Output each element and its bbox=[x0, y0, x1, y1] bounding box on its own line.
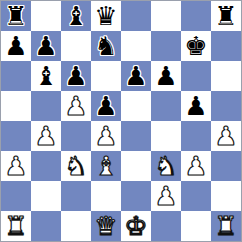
piece-black-bishop: ♝ bbox=[64, 1, 87, 31]
square-a8[interactable]: ♜ bbox=[1, 1, 31, 31]
square-d7[interactable]: ♞ bbox=[91, 31, 121, 61]
square-b8[interactable] bbox=[31, 1, 61, 31]
square-c4[interactable] bbox=[61, 121, 91, 151]
square-f4[interactable] bbox=[151, 121, 181, 151]
square-e8[interactable] bbox=[121, 1, 151, 31]
square-f2[interactable]: ♟ bbox=[151, 181, 181, 211]
square-c7[interactable] bbox=[61, 31, 91, 61]
square-f7[interactable] bbox=[151, 31, 181, 61]
piece-white-queen: ♛ bbox=[94, 211, 117, 241]
square-h7[interactable] bbox=[211, 31, 241, 61]
square-a5[interactable] bbox=[1, 91, 31, 121]
square-g7[interactable]: ♚ bbox=[181, 31, 211, 61]
square-d5[interactable]: ♟ bbox=[91, 91, 121, 121]
piece-white-pawn: ♟ bbox=[214, 121, 237, 151]
square-d6[interactable] bbox=[91, 61, 121, 91]
square-d2[interactable] bbox=[91, 181, 121, 211]
square-g2[interactable] bbox=[181, 181, 211, 211]
square-b4[interactable]: ♟ bbox=[31, 121, 61, 151]
square-g1[interactable] bbox=[181, 211, 211, 241]
square-a7[interactable]: ♟ bbox=[1, 31, 31, 61]
piece-white-pawn: ♟ bbox=[184, 151, 207, 181]
piece-white-rook: ♜ bbox=[214, 211, 237, 241]
piece-black-rook: ♜ bbox=[4, 1, 27, 31]
square-g4[interactable] bbox=[181, 121, 211, 151]
square-b5[interactable] bbox=[31, 91, 61, 121]
square-f1[interactable] bbox=[151, 211, 181, 241]
square-e4[interactable] bbox=[121, 121, 151, 151]
square-h3[interactable] bbox=[211, 151, 241, 181]
square-a4[interactable] bbox=[1, 121, 31, 151]
square-d1[interactable]: ♛ bbox=[91, 211, 121, 241]
square-c5[interactable]: ♟ bbox=[61, 91, 91, 121]
piece-black-pawn: ♟ bbox=[4, 31, 27, 61]
square-b7[interactable]: ♟ bbox=[31, 31, 61, 61]
square-e2[interactable] bbox=[121, 181, 151, 211]
square-h1[interactable]: ♜ bbox=[211, 211, 241, 241]
piece-white-knight: ♞ bbox=[64, 151, 87, 181]
piece-black-rook: ♜ bbox=[214, 1, 237, 31]
piece-white-knight: ♞ bbox=[154, 151, 177, 181]
square-c2[interactable] bbox=[61, 181, 91, 211]
square-d8[interactable]: ♛ bbox=[91, 1, 121, 31]
chess-board: ♜♝♛♜♟♟♞♚♝♟♟♟♟♟♟♟♟♟♟♞♝♞♟♟♜♛♚♜ bbox=[0, 0, 242, 242]
piece-black-pawn: ♟ bbox=[94, 91, 117, 121]
square-b1[interactable] bbox=[31, 211, 61, 241]
square-c6[interactable]: ♟ bbox=[61, 61, 91, 91]
piece-black-pawn: ♟ bbox=[124, 61, 147, 91]
piece-black-pawn: ♟ bbox=[34, 31, 57, 61]
piece-white-pawn: ♟ bbox=[64, 91, 87, 121]
square-g5[interactable]: ♟ bbox=[181, 91, 211, 121]
piece-black-pawn: ♟ bbox=[154, 61, 177, 91]
square-a1[interactable]: ♜ bbox=[1, 211, 31, 241]
square-h2[interactable] bbox=[211, 181, 241, 211]
square-g3[interactable]: ♟ bbox=[181, 151, 211, 181]
piece-white-rook: ♜ bbox=[4, 211, 27, 241]
square-a2[interactable] bbox=[1, 181, 31, 211]
square-f3[interactable]: ♞ bbox=[151, 151, 181, 181]
square-c3[interactable]: ♞ bbox=[61, 151, 91, 181]
square-e6[interactable]: ♟ bbox=[121, 61, 151, 91]
piece-white-pawn: ♟ bbox=[94, 121, 117, 151]
square-g6[interactable] bbox=[181, 61, 211, 91]
square-d4[interactable]: ♟ bbox=[91, 121, 121, 151]
square-c1[interactable] bbox=[61, 211, 91, 241]
square-h5[interactable] bbox=[211, 91, 241, 121]
piece-white-king: ♚ bbox=[124, 211, 147, 241]
square-h4[interactable]: ♟ bbox=[211, 121, 241, 151]
square-a6[interactable] bbox=[1, 61, 31, 91]
square-e5[interactable] bbox=[121, 91, 151, 121]
piece-black-queen: ♛ bbox=[94, 1, 117, 31]
piece-black-pawn: ♟ bbox=[64, 61, 87, 91]
piece-white-pawn: ♟ bbox=[4, 151, 27, 181]
square-a3[interactable]: ♟ bbox=[1, 151, 31, 181]
piece-black-knight: ♞ bbox=[94, 31, 117, 61]
piece-white-bishop: ♝ bbox=[94, 151, 117, 181]
square-c8[interactable]: ♝ bbox=[61, 1, 91, 31]
square-f8[interactable] bbox=[151, 1, 181, 31]
piece-black-king: ♚ bbox=[184, 31, 207, 61]
square-e3[interactable] bbox=[121, 151, 151, 181]
piece-black-bishop: ♝ bbox=[34, 61, 57, 91]
piece-black-pawn: ♟ bbox=[184, 91, 207, 121]
square-b2[interactable] bbox=[31, 181, 61, 211]
square-e1[interactable]: ♚ bbox=[121, 211, 151, 241]
square-h8[interactable]: ♜ bbox=[211, 1, 241, 31]
piece-white-pawn: ♟ bbox=[34, 121, 57, 151]
square-e7[interactable] bbox=[121, 31, 151, 61]
square-f6[interactable]: ♟ bbox=[151, 61, 181, 91]
square-h6[interactable] bbox=[211, 61, 241, 91]
square-d3[interactable]: ♝ bbox=[91, 151, 121, 181]
piece-white-pawn: ♟ bbox=[154, 181, 177, 211]
square-b6[interactable]: ♝ bbox=[31, 61, 61, 91]
square-f5[interactable] bbox=[151, 91, 181, 121]
square-g8[interactable] bbox=[181, 1, 211, 31]
square-b3[interactable] bbox=[31, 151, 61, 181]
